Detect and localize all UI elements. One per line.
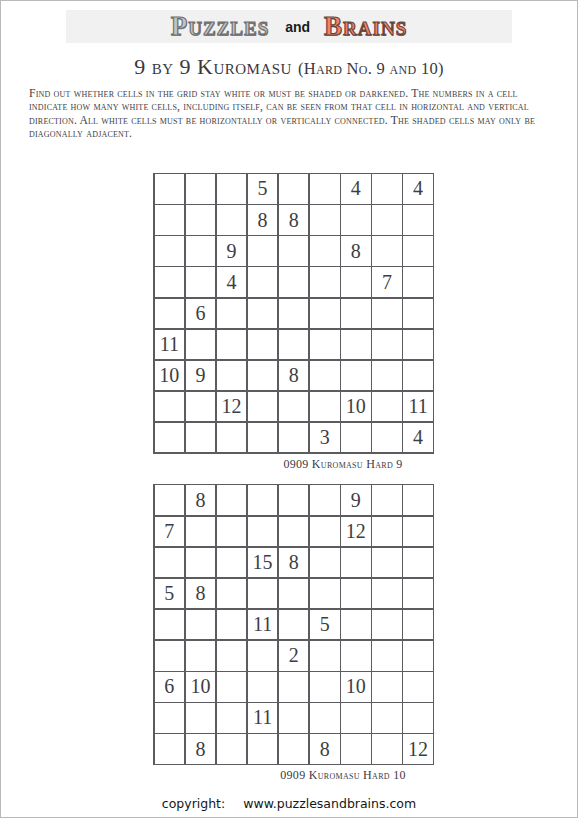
cell-r6c8[interactable]: [372, 330, 402, 360]
cell-r2c5[interactable]: 8: [279, 205, 309, 235]
cell-r7c5[interactable]: [279, 672, 309, 702]
cell-r7c7[interactable]: [341, 361, 371, 391]
cell-r2c1[interactable]: 7: [155, 517, 185, 547]
cell-r9c7[interactable]: [341, 734, 371, 764]
cell-r2c8[interactable]: [372, 205, 402, 235]
cell-r8c8[interactable]: [372, 703, 402, 733]
cell-r2c6[interactable]: [310, 205, 340, 235]
cell-r3c7[interactable]: 8: [341, 236, 371, 266]
cell-r1c5[interactable]: [279, 174, 309, 204]
cell-r2c7[interactable]: 12: [341, 517, 371, 547]
kuromasu-puzzle-page: { "game": "kuromasu", "header": { "logo_…: [0, 0, 578, 818]
cell-r7c8[interactable]: [372, 672, 402, 702]
cell-r3c3[interactable]: [217, 548, 247, 578]
cell-r2c5[interactable]: [279, 517, 309, 547]
cell-r8c7[interactable]: [341, 703, 371, 733]
cell-r1c8[interactable]: [372, 174, 402, 204]
cell-r2c2[interactable]: [186, 517, 216, 547]
cell-r6c4[interactable]: [248, 641, 278, 671]
cell-r3c6[interactable]: [310, 548, 340, 578]
cell-r5c9[interactable]: [403, 299, 433, 329]
cell-r3c6[interactable]: [310, 236, 340, 266]
cell-r7c9[interactable]: [403, 361, 433, 391]
cell-r2c9[interactable]: [403, 205, 433, 235]
cell-r2c8[interactable]: [372, 517, 402, 547]
cell-r1c7[interactable]: 4: [341, 174, 371, 204]
cell-r4c9[interactable]: [403, 579, 433, 609]
cell-r6c4[interactable]: [248, 330, 278, 360]
cell-r4c3[interactable]: 4: [217, 267, 247, 297]
cell-r1c6[interactable]: [310, 485, 340, 515]
cell-r4c6[interactable]: [310, 267, 340, 297]
logo-and: and: [285, 19, 310, 35]
cell-r8c2[interactable]: [186, 703, 216, 733]
cell-r6c6[interactable]: [310, 641, 340, 671]
cell-r5c4[interactable]: 11: [248, 610, 278, 640]
cell-r8c3[interactable]: [217, 703, 247, 733]
cell-r1c4[interactable]: 5: [248, 174, 278, 204]
cell-r3c1[interactable]: [155, 548, 185, 578]
cell-r4c9[interactable]: [403, 267, 433, 297]
cell-r1c4[interactable]: [248, 485, 278, 515]
cell-r3c5[interactable]: 8: [279, 548, 309, 578]
cell-r5c7[interactable]: [341, 610, 371, 640]
cell-r4c4[interactable]: [248, 579, 278, 609]
cell-r6c1[interactable]: 11: [155, 330, 185, 360]
cell-r9c3[interactable]: [217, 734, 247, 764]
cell-r8c8[interactable]: [372, 392, 402, 422]
page-title-main: 9 by 9 Kuromasu: [134, 54, 298, 79]
logo-brains: Brains: [324, 13, 407, 40]
cell-r3c7[interactable]: [341, 548, 371, 578]
cell-r9c3[interactable]: [217, 423, 247, 453]
cell-r7c6[interactable]: [310, 361, 340, 391]
cell-r1c1[interactable]: [155, 174, 185, 204]
cell-r3c8[interactable]: [372, 236, 402, 266]
cell-r3c5[interactable]: [279, 236, 309, 266]
page-title-sub: (Hard No. 9 and 10): [298, 59, 444, 78]
cell-r8c5[interactable]: [279, 703, 309, 733]
cell-r6c2[interactable]: [186, 330, 216, 360]
cell-r7c5[interactable]: 8: [279, 361, 309, 391]
cell-r6c2[interactable]: [186, 641, 216, 671]
cell-r1c1[interactable]: [155, 485, 185, 515]
cell-r9c1[interactable]: [155, 734, 185, 764]
cell-r8c6[interactable]: [310, 703, 340, 733]
cell-r5c2[interactable]: [186, 610, 216, 640]
cell-r6c3[interactable]: [217, 641, 247, 671]
cell-r4c7[interactable]: [341, 579, 371, 609]
cell-r5c8[interactable]: [372, 610, 402, 640]
cell-r6c8[interactable]: [372, 641, 402, 671]
cell-r9c5[interactable]: [279, 734, 309, 764]
cell-r6c9[interactable]: [403, 330, 433, 360]
cell-r6c7[interactable]: [341, 641, 371, 671]
kuromasu-board-hard-10: 8971215858115261010118812: [153, 484, 434, 765]
cell-r3c2[interactable]: [186, 236, 216, 266]
cell-r8c2[interactable]: [186, 392, 216, 422]
cell-r7c1[interactable]: 10: [155, 361, 185, 391]
board-caption-hard-10: 0909 Kuromasu Hard 10: [253, 768, 433, 782]
cell-r5c3[interactable]: [217, 610, 247, 640]
cell-r1c3[interactable]: [217, 174, 247, 204]
logo-bar: Puzzles and Brains: [66, 10, 512, 43]
cell-r8c4[interactable]: 11: [248, 703, 278, 733]
cell-r5c2[interactable]: 6: [186, 299, 216, 329]
cell-r1c9[interactable]: [403, 485, 433, 515]
cell-r2c1[interactable]: [155, 205, 185, 235]
footer: copyright: www.puzzlesandbrains.com: [1, 796, 577, 811]
cell-r3c4[interactable]: 15: [248, 548, 278, 578]
cell-r4c7[interactable]: [341, 267, 371, 297]
cell-r9c9[interactable]: 12: [403, 734, 433, 764]
cell-r1c6[interactable]: [310, 174, 340, 204]
cell-r6c9[interactable]: [403, 641, 433, 671]
cell-r9c8[interactable]: [372, 734, 402, 764]
cell-r2c4[interactable]: [248, 517, 278, 547]
cell-r1c8[interactable]: [372, 485, 402, 515]
cell-r2c6[interactable]: [310, 517, 340, 547]
cell-r4c5[interactable]: [279, 579, 309, 609]
cell-r8c4[interactable]: [248, 392, 278, 422]
cell-r9c6[interactable]: 8: [310, 734, 340, 764]
cell-r7c6[interactable]: [310, 672, 340, 702]
cell-r9c5[interactable]: [279, 423, 309, 453]
cell-r5c8[interactable]: [372, 299, 402, 329]
cell-r7c7[interactable]: 10: [341, 672, 371, 702]
cell-r5c7[interactable]: [341, 299, 371, 329]
page-title: 9 by 9 Kuromasu (Hard No. 9 and 10): [1, 54, 577, 82]
cell-r9c1[interactable]: [155, 423, 185, 453]
cell-r3c3[interactable]: 9: [217, 236, 247, 266]
cell-r7c2[interactable]: 10: [186, 672, 216, 702]
cell-r4c6[interactable]: [310, 579, 340, 609]
cell-r8c1[interactable]: [155, 703, 185, 733]
cell-r4c1[interactable]: [155, 267, 185, 297]
cell-r8c6[interactable]: [310, 392, 340, 422]
cell-r6c1[interactable]: [155, 641, 185, 671]
cell-r8c9[interactable]: [403, 703, 433, 733]
cell-r7c3[interactable]: [217, 361, 247, 391]
cell-r7c1[interactable]: 6: [155, 672, 185, 702]
cell-r6c5[interactable]: [279, 330, 309, 360]
cell-r7c9[interactable]: [403, 672, 433, 702]
cell-r4c1[interactable]: 5: [155, 579, 185, 609]
cell-r2c3[interactable]: [217, 517, 247, 547]
cell-r7c4[interactable]: [248, 361, 278, 391]
copyright-label: copyright:: [162, 796, 225, 811]
cell-r9c4[interactable]: [248, 734, 278, 764]
cell-r5c6[interactable]: [310, 299, 340, 329]
cell-r5c5[interactable]: [279, 610, 309, 640]
cell-r7c4[interactable]: [248, 672, 278, 702]
cell-r8c3[interactable]: 12: [217, 392, 247, 422]
cell-r2c9[interactable]: [403, 517, 433, 547]
cell-r1c7[interactable]: 9: [341, 485, 371, 515]
cell-r2c7[interactable]: [341, 205, 371, 235]
kuromasu-board-hard-9: 544889847611109812101134: [153, 173, 434, 454]
cell-r4c8[interactable]: [372, 579, 402, 609]
cell-r9c8[interactable]: [372, 423, 402, 453]
cell-r5c3[interactable]: [217, 299, 247, 329]
cell-r4c2[interactable]: [186, 267, 216, 297]
cell-r6c5[interactable]: 2: [279, 641, 309, 671]
cell-r9c2[interactable]: 8: [186, 734, 216, 764]
cell-r6c7[interactable]: [341, 330, 371, 360]
cell-r5c1[interactable]: [155, 299, 185, 329]
cell-r1c9[interactable]: 4: [403, 174, 433, 204]
cell-r3c9[interactable]: [403, 548, 433, 578]
cell-r3c4[interactable]: [248, 236, 278, 266]
cell-r3c8[interactable]: [372, 548, 402, 578]
cell-r5c6[interactable]: 5: [310, 610, 340, 640]
cell-r4c4[interactable]: [248, 267, 278, 297]
cell-r9c2[interactable]: [186, 423, 216, 453]
cell-r6c6[interactable]: [310, 330, 340, 360]
cell-r4c3[interactable]: [217, 579, 247, 609]
cell-r2c2[interactable]: [186, 205, 216, 235]
cell-r3c1[interactable]: [155, 236, 185, 266]
board-caption-hard-9: 0909 Kuromasu Hard 9: [253, 457, 433, 471]
cell-r4c5[interactable]: [279, 267, 309, 297]
logo-puzzles: Puzzles: [171, 13, 269, 40]
cell-r7c3[interactable]: [217, 672, 247, 702]
cell-r2c3[interactable]: [217, 205, 247, 235]
cell-r1c5[interactable]: [279, 485, 309, 515]
cell-r8c5[interactable]: [279, 392, 309, 422]
cell-r9c4[interactable]: [248, 423, 278, 453]
instructions-text: Find out whether cells in the grid stay …: [29, 87, 553, 141]
cell-r5c5[interactable]: [279, 299, 309, 329]
cell-r8c1[interactable]: [155, 392, 185, 422]
cell-r9c6[interactable]: 3: [310, 423, 340, 453]
cell-r5c1[interactable]: [155, 610, 185, 640]
cell-r8c9[interactable]: 11: [403, 392, 433, 422]
cell-r5c4[interactable]: [248, 299, 278, 329]
cell-r6c3[interactable]: [217, 330, 247, 360]
cell-r7c2[interactable]: 9: [186, 361, 216, 391]
cell-r8c7[interactable]: 10: [341, 392, 371, 422]
cell-r7c8[interactable]: [372, 361, 402, 391]
copyright-url: www.puzzlesandbrains.com: [243, 796, 416, 811]
cell-r1c3[interactable]: [217, 485, 247, 515]
cell-r9c9[interactable]: 4: [403, 423, 433, 453]
cell-r4c2[interactable]: 8: [186, 579, 216, 609]
cell-r1c2[interactable]: [186, 174, 216, 204]
cell-r2c4[interactable]: 8: [248, 205, 278, 235]
cell-r3c9[interactable]: [403, 236, 433, 266]
cell-r1c2[interactable]: 8: [186, 485, 216, 515]
cell-r9c7[interactable]: [341, 423, 371, 453]
cell-r4c8[interactable]: 7: [372, 267, 402, 297]
cell-r5c9[interactable]: [403, 610, 433, 640]
cell-r3c2[interactable]: [186, 548, 216, 578]
